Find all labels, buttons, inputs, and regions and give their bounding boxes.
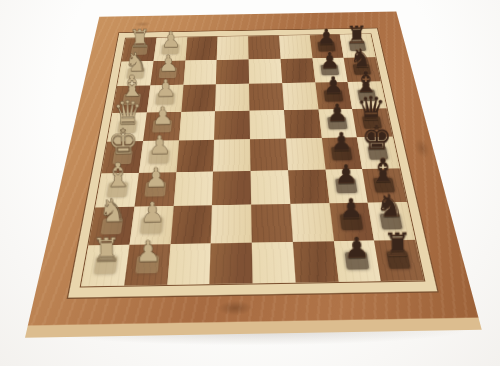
white-knight[interactable]: ♞: [92, 195, 132, 228]
square-b4[interactable]: [216, 59, 249, 84]
white-pawn[interactable]: ♟: [127, 236, 169, 266]
square-f6[interactable]: [288, 169, 329, 204]
square-c3[interactable]: [181, 84, 216, 111]
board-frame: ♜♟♟♜♞♟♟♞♝♟♟♝♛♟♟♛♚♟♟♚♝♟♟♝♞♟♟♞♜♟♟♜: [25, 11, 482, 337]
square-e3[interactable]: [176, 140, 214, 172]
square-h2[interactable]: ♟: [124, 244, 170, 286]
square-h3[interactable]: [167, 243, 211, 285]
square-b6[interactable]: [280, 58, 315, 83]
square-e5[interactable]: [250, 139, 288, 171]
square-h1[interactable]: ♜: [81, 244, 129, 286]
white-pawn[interactable]: ♟: [145, 103, 180, 128]
square-d4[interactable]: [214, 110, 250, 139]
border-inlay: ♜♟♟♜♞♟♟♞♝♟♟♝♛♟♟♛♚♟♟♚♝♟♟♝♞♟♟♞♜♟♟♜: [67, 28, 439, 299]
chess-board: ♜♟♟♜♞♟♟♞♝♟♟♝♛♟♟♛♚♟♟♚♝♟♟♝♞♟♟♞♜♟♟♜: [25, 11, 482, 337]
square-e6[interactable]: [286, 138, 325, 170]
square-b5[interactable]: [249, 59, 282, 84]
board-grid: ♜♟♟♜♞♟♟♞♝♟♟♝♛♟♟♛♚♟♟♚♝♟♟♝♞♟♟♞♜♟♟♜: [80, 33, 426, 287]
photo-background: ♜♟♟♜♞♟♟♞♝♟♟♝♛♟♟♛♚♟♟♚♝♟♟♝♞♟♟♞♜♟♟♜: [0, 0, 500, 366]
square-c6[interactable]: [282, 83, 318, 110]
square-h4[interactable]: [210, 242, 253, 284]
square-h8[interactable]: ♜: [374, 239, 424, 281]
square-d5[interactable]: [249, 110, 285, 139]
square-d3[interactable]: [179, 111, 216, 140]
black-knight[interactable]: ♞: [370, 190, 410, 223]
white-king[interactable]: ♚: [105, 124, 142, 159]
square-b3[interactable]: [183, 60, 217, 85]
square-a5[interactable]: [248, 36, 280, 59]
square-f3[interactable]: [173, 171, 213, 206]
square-h6[interactable]: [293, 241, 339, 283]
square-c4[interactable]: [215, 84, 249, 111]
square-a4[interactable]: [217, 36, 249, 59]
square-a3[interactable]: [185, 37, 217, 60]
square-e4[interactable]: [213, 139, 250, 171]
white-bishop[interactable]: ♝: [99, 158, 137, 192]
square-d6[interactable]: [284, 109, 322, 138]
square-g5[interactable]: [251, 204, 292, 242]
square-a6[interactable]: [279, 35, 312, 58]
square-g3[interactable]: [170, 205, 212, 243]
square-f4[interactable]: [212, 170, 251, 205]
square-c5[interactable]: [249, 83, 284, 110]
square-f5[interactable]: [251, 170, 291, 205]
black-bishop[interactable]: ♝: [364, 154, 402, 188]
square-g6[interactable]: [290, 203, 333, 241]
square-h5[interactable]: [252, 241, 296, 283]
square-g4[interactable]: [211, 205, 252, 243]
black-pawn[interactable]: ♟: [330, 195, 370, 223]
square-h7[interactable]: ♟: [333, 240, 381, 282]
black-pawn[interactable]: ♟: [316, 74, 350, 98]
white-pawn[interactable]: ♟: [148, 76, 182, 100]
black-pawn[interactable]: ♟: [313, 49, 346, 72]
black-pawn[interactable]: ♟: [326, 161, 364, 188]
black-pawn[interactable]: ♟: [319, 100, 354, 125]
